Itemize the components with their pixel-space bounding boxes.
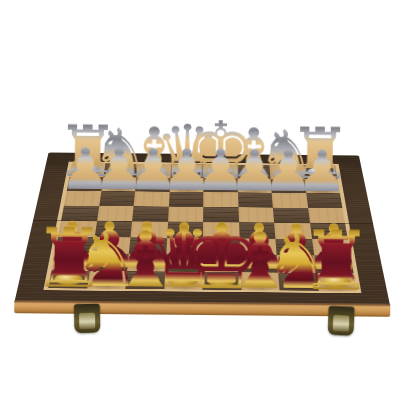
square-c4[interactable] [130, 221, 167, 237]
square-a7[interactable] [67, 177, 103, 191]
square-h2[interactable] [314, 255, 354, 273]
square-b1[interactable] [87, 271, 127, 289]
square-h1[interactable] [316, 273, 357, 291]
square-a3[interactable] [55, 236, 94, 253]
square-d5[interactable] [168, 206, 204, 222]
square-g2[interactable] [277, 255, 316, 273]
walnut-border [14, 152, 390, 306]
square-h4[interactable] [310, 223, 348, 239]
square-e3[interactable] [203, 238, 240, 255]
square-b3[interactable] [92, 237, 131, 254]
square-f1[interactable] [240, 272, 279, 290]
board-inner-maple-line [43, 162, 361, 294]
square-e1[interactable] [202, 272, 241, 290]
square-d7[interactable] [169, 178, 203, 192]
square-e5[interactable] [203, 207, 238, 223]
square-d6[interactable] [168, 192, 203, 207]
square-a6[interactable] [64, 191, 101, 206]
square-a2[interactable] [52, 253, 92, 271]
square-h3[interactable] [312, 239, 351, 256]
square-e8[interactable] [203, 164, 236, 178]
square-g6[interactable] [272, 193, 308, 208]
square-g5[interactable] [273, 207, 310, 223]
square-h8[interactable] [302, 165, 337, 179]
square-a1[interactable] [48, 270, 89, 288]
square-c7[interactable] [135, 177, 170, 191]
square-c8[interactable] [137, 164, 171, 178]
square-b4[interactable] [94, 221, 132, 237]
square-a4[interactable] [58, 221, 97, 237]
square-d2[interactable] [165, 254, 203, 272]
brass-clasp-left-plate [79, 313, 95, 329]
chess-board [14, 152, 390, 306]
square-b6[interactable] [99, 191, 135, 206]
square-b5[interactable] [97, 206, 134, 222]
square-b8[interactable] [103, 163, 138, 177]
brass-clasp-left-icon [74, 304, 100, 333]
brass-clasp-right-plate [333, 315, 350, 332]
square-g4[interactable] [274, 223, 312, 239]
square-b7[interactable] [101, 177, 137, 191]
board-scene [0, 0, 416, 416]
square-d8[interactable] [170, 164, 204, 178]
square-e6[interactable] [203, 192, 238, 207]
board-squares-grid [48, 163, 357, 291]
square-f7[interactable] [237, 178, 272, 192]
scene-tilt: ♜♞♝♛♚♝♞♜♟♟♟♟♟♟♟♟♟♟♟♟♟♟♟♟♜♞♝♛♚♝♞♜ [0, 0, 416, 416]
square-f6[interactable] [237, 192, 272, 207]
square-f5[interactable] [238, 207, 274, 223]
square-d1[interactable] [164, 271, 203, 289]
square-d3[interactable] [166, 238, 203, 255]
square-e4[interactable] [203, 222, 239, 238]
square-g8[interactable] [269, 165, 304, 179]
square-h6[interactable] [306, 193, 343, 208]
square-a8[interactable] [70, 163, 105, 177]
square-f2[interactable] [240, 255, 278, 273]
square-a5[interactable] [61, 205, 99, 221]
square-c1[interactable] [125, 271, 165, 289]
square-d4[interactable] [167, 222, 203, 238]
square-g1[interactable] [278, 272, 318, 290]
square-f3[interactable] [239, 238, 277, 255]
square-c5[interactable] [132, 206, 168, 222]
square-h7[interactable] [304, 179, 340, 193]
square-c3[interactable] [129, 237, 167, 254]
square-e7[interactable] [203, 178, 237, 192]
square-c2[interactable] [127, 254, 166, 272]
square-b2[interactable] [89, 253, 128, 271]
square-g3[interactable] [275, 239, 313, 256]
square-c6[interactable] [134, 191, 170, 206]
square-f8[interactable] [236, 165, 270, 179]
square-f4[interactable] [239, 222, 276, 238]
square-e2[interactable] [203, 254, 241, 272]
brass-clasp-right-icon [328, 306, 355, 336]
square-h5[interactable] [308, 208, 345, 224]
square-g7[interactable] [270, 179, 305, 193]
chess-set-photo: ♜♞♝♛♚♝♞♜♟♟♟♟♟♟♟♟♟♟♟♟♟♟♟♟♜♞♝♛♚♝♞♜ [0, 0, 416, 416]
